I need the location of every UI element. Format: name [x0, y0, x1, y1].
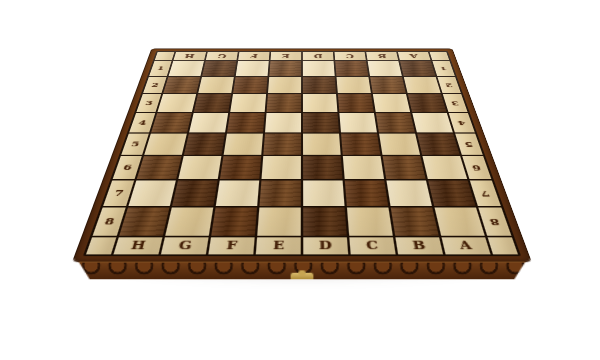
board-corner-tl	[155, 52, 175, 60]
board-face: HGFEDCBA1122334455667788HGFEDCBA	[73, 49, 530, 262]
rank-label-left-5: 5	[121, 134, 149, 155]
rank-label-text: 8	[104, 217, 116, 226]
rank-label-right-5: 5	[455, 134, 483, 155]
rank-label-text: 4	[457, 120, 466, 126]
square-c6[interactable]	[343, 156, 384, 179]
rank-label-text: 1	[439, 66, 447, 71]
file-label-text: E	[282, 53, 290, 58]
file-label-text: H	[130, 241, 147, 251]
rank-label-text: 7	[113, 189, 124, 197]
rank-label-right-4: 4	[449, 113, 475, 132]
square-e8[interactable]	[257, 207, 301, 235]
square-b3[interactable]	[373, 94, 410, 112]
square-g6[interactable]	[178, 156, 221, 179]
file-label-top-c: C	[335, 52, 366, 60]
board-corner-tr	[430, 52, 450, 60]
square-f4[interactable]	[227, 113, 265, 132]
square-e7[interactable]	[259, 180, 300, 206]
square-e1[interactable]	[269, 61, 301, 76]
square-h3[interactable]	[157, 94, 196, 112]
square-e3[interactable]	[267, 94, 301, 112]
square-a4[interactable]	[412, 113, 453, 132]
square-d4[interactable]	[303, 113, 339, 132]
square-d6[interactable]	[303, 156, 342, 179]
rank-label-text: 3	[145, 100, 154, 105]
file-label-text: A	[459, 241, 473, 251]
file-label-text: B	[412, 241, 426, 251]
square-b8[interactable]	[391, 207, 439, 235]
square-e5[interactable]	[263, 134, 301, 155]
file-label-text: G	[178, 241, 193, 251]
rank-label-left-8: 8	[93, 207, 126, 235]
square-e4[interactable]	[265, 113, 301, 132]
board-corner-bl	[86, 237, 116, 254]
square-f5[interactable]	[224, 134, 263, 155]
square-f3[interactable]	[230, 94, 266, 112]
rank-label-left-7: 7	[103, 180, 134, 206]
file-label-text: D	[319, 241, 332, 251]
rank-label-right-6: 6	[462, 156, 491, 179]
file-label-bottom-a: A	[442, 237, 491, 254]
square-g1[interactable]	[202, 61, 236, 76]
square-f6[interactable]	[220, 156, 261, 179]
square-a2[interactable]	[404, 77, 441, 93]
file-label-bottom-f: F	[208, 237, 254, 254]
square-b6[interactable]	[383, 156, 426, 179]
square-g7[interactable]	[172, 180, 217, 206]
square-b7[interactable]	[386, 180, 431, 206]
file-label-text: E	[273, 241, 285, 251]
file-label-top-e: E	[271, 52, 302, 60]
rank-label-right-3: 3	[443, 94, 468, 112]
square-g8[interactable]	[165, 207, 213, 235]
square-f8[interactable]	[211, 207, 257, 235]
rank-label-text: 5	[130, 141, 140, 147]
file-label-text: C	[366, 241, 379, 251]
rank-label-text: 5	[464, 141, 474, 147]
rank-label-text: 1	[157, 66, 165, 71]
square-c2[interactable]	[337, 77, 371, 93]
rank-label-left-6: 6	[113, 156, 142, 179]
board-side-front	[78, 261, 525, 279]
square-c4[interactable]	[339, 113, 377, 132]
file-label-bottom-h: H	[113, 237, 162, 254]
square-g2[interactable]	[198, 77, 234, 93]
square-h1[interactable]	[169, 61, 204, 76]
square-a1[interactable]	[400, 61, 435, 76]
file-label-bottom-g: G	[161, 237, 209, 254]
square-f7[interactable]	[216, 180, 259, 206]
square-d7[interactable]	[303, 180, 344, 206]
square-a8[interactable]	[435, 207, 485, 235]
file-label-text: G	[217, 53, 227, 58]
rank-label-text: 3	[450, 100, 459, 105]
square-f2[interactable]	[233, 77, 267, 93]
square-d5[interactable]	[303, 134, 341, 155]
chessboard: HGFEDCBA1122334455667788HGFEDCBA	[73, 49, 530, 262]
file-label-text: F	[226, 241, 238, 251]
rank-label-text: 6	[471, 164, 482, 171]
square-c1[interactable]	[335, 61, 368, 76]
file-label-top-b: B	[366, 52, 398, 60]
rank-label-text: 4	[138, 120, 147, 126]
square-h4[interactable]	[151, 113, 192, 132]
rank-label-right-2: 2	[437, 77, 461, 93]
square-h6[interactable]	[137, 156, 182, 179]
file-label-top-a: A	[398, 52, 430, 60]
square-a5[interactable]	[417, 134, 460, 155]
square-b4[interactable]	[376, 113, 415, 132]
square-b1[interactable]	[368, 61, 402, 76]
rank-label-text: 6	[122, 164, 133, 171]
square-c7[interactable]	[345, 180, 388, 206]
square-g5[interactable]	[184, 134, 225, 155]
file-label-text: F	[250, 53, 258, 58]
file-label-text: C	[346, 53, 355, 58]
square-e6[interactable]	[262, 156, 301, 179]
square-a6[interactable]	[422, 156, 467, 179]
file-label-bottom-e: E	[256, 237, 301, 254]
file-label-top-d: D	[303, 52, 334, 60]
file-label-text: H	[185, 53, 196, 58]
rank-label-text: 2	[445, 82, 454, 87]
rank-label-text: 8	[489, 217, 501, 226]
square-e2[interactable]	[268, 77, 301, 93]
file-label-top-f: F	[238, 52, 269, 60]
rank-label-right-8: 8	[478, 207, 511, 235]
square-b2[interactable]	[370, 77, 406, 93]
square-h8[interactable]	[119, 207, 169, 235]
file-label-bottom-c: C	[349, 237, 395, 254]
file-label-text: A	[409, 53, 418, 58]
square-g3[interactable]	[194, 94, 231, 112]
rank-label-right-1: 1	[432, 61, 454, 76]
square-h7[interactable]	[128, 180, 175, 206]
square-d2[interactable]	[303, 77, 336, 93]
square-c5[interactable]	[341, 134, 380, 155]
square-f1[interactable]	[236, 61, 269, 76]
square-c8[interactable]	[347, 207, 393, 235]
rank-label-right-7: 7	[470, 180, 501, 206]
square-a3[interactable]	[408, 94, 447, 112]
square-b5[interactable]	[379, 134, 420, 155]
file-label-text: D	[314, 53, 323, 58]
square-c3[interactable]	[338, 94, 374, 112]
rank-label-text: 2	[151, 82, 160, 87]
file-label-bottom-d: D	[303, 237, 348, 254]
board-grid: HGFEDCBA1122334455667788HGFEDCBA	[83, 51, 521, 256]
square-h5[interactable]	[144, 134, 187, 155]
file-label-bottom-b: B	[395, 237, 443, 254]
square-a7[interactable]	[428, 180, 475, 206]
square-g4[interactable]	[189, 113, 228, 132]
square-d3[interactable]	[303, 94, 337, 112]
file-label-text: B	[377, 53, 386, 58]
rank-label-text: 7	[479, 189, 490, 197]
photo-background: HGFEDCBA1122334455667788HGFEDCBA	[0, 0, 600, 360]
file-label-top-g: G	[206, 52, 238, 60]
square-d8[interactable]	[303, 207, 347, 235]
file-label-top-h: H	[174, 52, 206, 60]
square-h2[interactable]	[163, 77, 200, 93]
board-corner-br	[488, 237, 518, 254]
square-d1[interactable]	[303, 61, 335, 76]
